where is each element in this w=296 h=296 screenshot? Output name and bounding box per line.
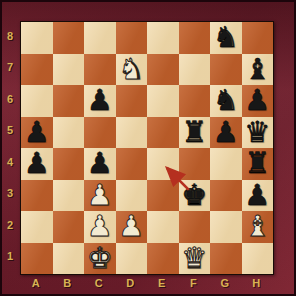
square-f2[interactable] [179,211,211,243]
black-pawn[interactable]: ♟ [87,85,113,117]
square-h7[interactable]: ♝ [242,54,274,86]
square-a1[interactable] [21,243,53,275]
black-king[interactable]: ♚ [181,180,207,212]
square-h2[interactable]: ♝ [242,211,274,243]
square-a6[interactable] [21,85,53,117]
square-e5[interactable] [147,117,179,149]
square-c7[interactable] [84,54,116,86]
square-b1[interactable] [53,243,85,275]
square-f7[interactable] [179,54,211,86]
square-h8[interactable] [242,22,274,54]
square-b2[interactable] [53,211,85,243]
square-c8[interactable] [84,22,116,54]
rank-label-1: 1 [3,250,17,262]
square-d5[interactable] [116,117,148,149]
black-pawn[interactable]: ♟ [24,117,50,149]
square-g5[interactable]: ♟ [210,117,242,149]
file-label-F: F [186,277,200,289]
square-g4[interactable] [210,148,242,180]
square-d4[interactable] [116,148,148,180]
black-rook[interactable]: ♜ [244,148,270,180]
white-pawn[interactable]: ♟ [87,211,113,243]
black-rook[interactable]: ♜ [181,117,207,149]
file-label-A: A [29,277,43,289]
file-label-E: E [155,277,169,289]
square-e2[interactable] [147,211,179,243]
chess-diagram: ♞♞♝♟♞♟♟♜♟♛♟♟♜♟♚♟♟♟♝♚♛ 87654321ABCDEFGH [0,0,296,296]
square-d8[interactable] [116,22,148,54]
square-f8[interactable] [179,22,211,54]
square-b3[interactable] [53,180,85,212]
rank-label-2: 2 [3,219,17,231]
square-f1[interactable]: ♛ [179,243,211,275]
white-bishop[interactable]: ♝ [244,211,270,243]
white-knight[interactable]: ♞ [118,54,144,86]
square-h5[interactable]: ♛ [242,117,274,149]
chess-board: ♞♞♝♟♞♟♟♜♟♛♟♟♜♟♚♟♟♟♝♚♛ [20,21,274,275]
square-d6[interactable] [116,85,148,117]
square-d2[interactable]: ♟ [116,211,148,243]
square-c6[interactable]: ♟ [84,85,116,117]
white-queen[interactable]: ♛ [181,243,207,275]
square-g8[interactable]: ♞ [210,22,242,54]
square-f4[interactable] [179,148,211,180]
square-g6[interactable]: ♞ [210,85,242,117]
square-c4[interactable]: ♟ [84,148,116,180]
file-label-B: B [60,277,74,289]
square-b4[interactable] [53,148,85,180]
black-pawn[interactable]: ♟ [244,180,270,212]
black-knight[interactable]: ♞ [213,85,239,117]
rank-label-5: 5 [3,124,17,136]
square-e6[interactable] [147,85,179,117]
square-d7[interactable]: ♞ [116,54,148,86]
square-f3[interactable]: ♚ [179,180,211,212]
square-e1[interactable] [147,243,179,275]
square-e8[interactable] [147,22,179,54]
square-h4[interactable]: ♜ [242,148,274,180]
black-bishop[interactable]: ♝ [244,54,270,86]
rank-label-6: 6 [3,93,17,105]
square-h6[interactable]: ♟ [242,85,274,117]
square-c5[interactable] [84,117,116,149]
square-g3[interactable] [210,180,242,212]
rank-label-8: 8 [3,30,17,42]
square-g2[interactable] [210,211,242,243]
file-label-C: C [92,277,106,289]
square-c1[interactable]: ♚ [84,243,116,275]
white-pawn[interactable]: ♟ [87,180,113,212]
black-pawn[interactable]: ♟ [24,148,50,180]
square-g7[interactable] [210,54,242,86]
square-e7[interactable] [147,54,179,86]
square-h1[interactable] [242,243,274,275]
square-b8[interactable] [53,22,85,54]
square-c2[interactable]: ♟ [84,211,116,243]
square-e3[interactable] [147,180,179,212]
black-knight[interactable]: ♞ [213,22,239,54]
square-a5[interactable]: ♟ [21,117,53,149]
square-b7[interactable] [53,54,85,86]
square-c3[interactable]: ♟ [84,180,116,212]
square-d1[interactable] [116,243,148,275]
rank-label-4: 4 [3,156,17,168]
rank-label-7: 7 [3,61,17,73]
square-g1[interactable] [210,243,242,275]
black-pawn[interactable]: ♟ [244,85,270,117]
black-queen[interactable]: ♛ [244,117,270,149]
square-a7[interactable] [21,54,53,86]
square-a2[interactable] [21,211,53,243]
square-f5[interactable]: ♜ [179,117,211,149]
square-a8[interactable] [21,22,53,54]
file-label-G: G [218,277,232,289]
square-a4[interactable]: ♟ [21,148,53,180]
file-label-H: H [249,277,263,289]
rank-label-3: 3 [3,187,17,199]
file-label-D: D [123,277,137,289]
square-a3[interactable] [21,180,53,212]
square-b6[interactable] [53,85,85,117]
white-pawn[interactable]: ♟ [118,211,144,243]
square-f6[interactable] [179,85,211,117]
square-d3[interactable] [116,180,148,212]
square-b5[interactable] [53,117,85,149]
black-pawn[interactable]: ♟ [87,148,113,180]
black-pawn[interactable]: ♟ [213,117,239,149]
white-king[interactable]: ♚ [87,243,113,275]
square-h3[interactable]: ♟ [242,180,274,212]
square-e4[interactable] [147,148,179,180]
